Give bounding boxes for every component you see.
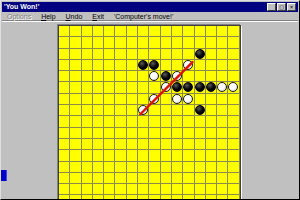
board-cell[interactable]: [59, 128, 70, 139]
board-cell[interactable]: [127, 116, 138, 127]
white-stone: [183, 60, 193, 70]
board-cell[interactable]: [70, 49, 81, 60]
board-cell[interactable]: [217, 195, 228, 200]
board-cell[interactable]: [217, 37, 228, 48]
board-cell[interactable]: [206, 82, 217, 93]
board-cell[interactable]: [149, 195, 160, 200]
board-cell[interactable]: [70, 184, 81, 195]
board-cell[interactable]: [228, 60, 239, 71]
board-cell[interactable]: [149, 49, 160, 60]
board-cell[interactable]: [161, 82, 172, 93]
board-cell[interactable]: [206, 173, 217, 184]
board-cell[interactable]: [59, 184, 70, 195]
white-stone: [217, 82, 227, 92]
board-cell[interactable]: [161, 94, 172, 105]
board-cell[interactable]: [82, 162, 93, 173]
board-cell[interactable]: [228, 71, 239, 82]
board-cell[interactable]: [127, 37, 138, 48]
board-cell[interactable]: [115, 26, 126, 37]
board-cell[interactable]: [228, 139, 239, 150]
board-cell[interactable]: [138, 82, 149, 93]
board-cell[interactable]: [161, 37, 172, 48]
board-cell[interactable]: [59, 116, 70, 127]
board-cell[interactable]: [70, 116, 81, 127]
board-cell[interactable]: [127, 195, 138, 200]
white-stone: [172, 71, 182, 81]
board-cell[interactable]: [149, 150, 160, 161]
board-cell[interactable]: [149, 128, 160, 139]
board-cell[interactable]: [172, 71, 183, 82]
board-cell[interactable]: [206, 71, 217, 82]
board-cell[interactable]: [206, 49, 217, 60]
board-cell[interactable]: [149, 105, 160, 116]
board-cell[interactable]: [161, 105, 172, 116]
board-cell[interactable]: [172, 49, 183, 60]
board-cell[interactable]: [206, 26, 217, 37]
board-cell[interactable]: [127, 105, 138, 116]
board-cell[interactable]: [195, 195, 206, 200]
board-cell[interactable]: [161, 71, 172, 82]
board-cell[interactable]: [59, 195, 70, 200]
board-cell[interactable]: [104, 162, 115, 173]
board-cell[interactable]: [172, 184, 183, 195]
board-cell[interactable]: [82, 105, 93, 116]
board-cell[interactable]: [59, 49, 70, 60]
board-cell[interactable]: [59, 37, 70, 48]
board-cell[interactable]: [104, 184, 115, 195]
board-cell[interactable]: [138, 184, 149, 195]
board-cell[interactable]: [104, 173, 115, 184]
board-cell[interactable]: [217, 139, 228, 150]
window-controls: _ □ ×: [267, 3, 296, 11]
board-cell[interactable]: [127, 82, 138, 93]
board-cell[interactable]: [228, 195, 239, 200]
board-cell[interactable]: [138, 128, 149, 139]
board-cell[interactable]: [172, 128, 183, 139]
white-stone: [149, 94, 159, 104]
board-cell[interactable]: [127, 150, 138, 161]
board-cell[interactable]: [138, 26, 149, 37]
black-stone: [138, 60, 148, 70]
board-cell[interactable]: [127, 60, 138, 71]
board-cell[interactable]: [217, 184, 228, 195]
board-cell[interactable]: [195, 82, 206, 93]
black-stone: [183, 82, 193, 92]
board-cell[interactable]: [206, 162, 217, 173]
board-cell[interactable]: [82, 82, 93, 93]
board-cell[interactable]: [172, 162, 183, 173]
board-cell[interactable]: [149, 116, 160, 127]
board-cell[interactable]: [138, 162, 149, 173]
board-cell[interactable]: [104, 105, 115, 116]
board-cell[interactable]: [115, 150, 126, 161]
board-cell[interactable]: [138, 94, 149, 105]
board-cell[interactable]: [70, 82, 81, 93]
board-cell[interactable]: [195, 173, 206, 184]
board-cell[interactable]: [172, 105, 183, 116]
board-cell[interactable]: [93, 37, 104, 48]
board-cell[interactable]: [104, 195, 115, 200]
black-stone: [195, 82, 205, 92]
white-stone: [149, 71, 159, 81]
board-cell[interactable]: [183, 139, 194, 150]
board-cell[interactable]: [217, 60, 228, 71]
board-cell[interactable]: [183, 37, 194, 48]
menu-item-exit[interactable]: Exit: [87, 13, 109, 20]
board-cell[interactable]: [115, 60, 126, 71]
board-cell[interactable]: [82, 139, 93, 150]
board-cell[interactable]: [217, 128, 228, 139]
board-cell[interactable]: [59, 26, 70, 37]
board-cell[interactable]: [70, 128, 81, 139]
board-cell[interactable]: [228, 150, 239, 161]
board-cell[interactable]: [149, 94, 160, 105]
board-cell[interactable]: [138, 71, 149, 82]
board-cell[interactable]: [93, 60, 104, 71]
board-cell[interactable]: [104, 60, 115, 71]
board-cell[interactable]: [161, 150, 172, 161]
board-cell[interactable]: [104, 82, 115, 93]
board-cell[interactable]: [172, 116, 183, 127]
board-cell[interactable]: [138, 49, 149, 60]
board-cell[interactable]: [59, 150, 70, 161]
maximize-button[interactable]: □: [277, 3, 286, 11]
board-cell[interactable]: [161, 195, 172, 200]
board-cell[interactable]: [206, 94, 217, 105]
board-cell[interactable]: [127, 162, 138, 173]
board-cell[interactable]: [183, 195, 194, 200]
board-cell[interactable]: [206, 184, 217, 195]
board-cell[interactable]: [206, 195, 217, 200]
board-cell[interactable]: [82, 49, 93, 60]
board-cell[interactable]: [93, 82, 104, 93]
board-cell[interactable]: [228, 184, 239, 195]
board-cell[interactable]: [93, 116, 104, 127]
board-cell[interactable]: [70, 94, 81, 105]
black-stone: [206, 82, 216, 92]
board-cell[interactable]: [172, 37, 183, 48]
board-cell[interactable]: [70, 150, 81, 161]
board-cell[interactable]: [104, 139, 115, 150]
board-cell[interactable]: [195, 116, 206, 127]
board-cell[interactable]: [93, 139, 104, 150]
black-stone: [172, 82, 182, 92]
board-cell[interactable]: [82, 173, 93, 184]
board-cell[interactable]: [206, 139, 217, 150]
board-cell[interactable]: [195, 184, 206, 195]
menu-item-options: Options: [2, 13, 36, 20]
board-cell[interactable]: [172, 139, 183, 150]
board-cell[interactable]: [138, 37, 149, 48]
board-cell[interactable]: [115, 71, 126, 82]
board-cell[interactable]: [161, 60, 172, 71]
board-cell[interactable]: [172, 173, 183, 184]
board-cell[interactable]: [70, 37, 81, 48]
board-cell[interactable]: [93, 26, 104, 37]
board-cell[interactable]: [172, 150, 183, 161]
board-cell[interactable]: [127, 128, 138, 139]
board-cell[interactable]: [93, 184, 104, 195]
board-cell[interactable]: [82, 116, 93, 127]
board-cell[interactable]: [127, 184, 138, 195]
board-cell[interactable]: [183, 82, 194, 93]
board-cell[interactable]: [217, 49, 228, 60]
board-cell[interactable]: [149, 26, 160, 37]
white-stone: [183, 94, 193, 104]
board-cell[interactable]: [228, 82, 239, 93]
board-cell[interactable]: [195, 94, 206, 105]
board-cell[interactable]: [195, 37, 206, 48]
board-cell[interactable]: [115, 173, 126, 184]
board-cell[interactable]: [93, 105, 104, 116]
board-cell[interactable]: [104, 94, 115, 105]
board-cell[interactable]: [217, 82, 228, 93]
board-cell[interactable]: [70, 162, 81, 173]
board-cell[interactable]: [228, 162, 239, 173]
board-cell[interactable]: [183, 150, 194, 161]
black-stone: [195, 105, 205, 115]
board-cell[interactable]: [138, 116, 149, 127]
board-cell[interactable]: [183, 162, 194, 173]
white-stone: [161, 82, 171, 92]
board-cell[interactable]: [138, 60, 149, 71]
board-cell[interactable]: [127, 94, 138, 105]
board-cell[interactable]: [161, 162, 172, 173]
board-cell[interactable]: [93, 71, 104, 82]
menu-item-computersmove[interactable]: 'Computer's move!': [109, 13, 178, 20]
board-cell[interactable]: [217, 116, 228, 127]
game-board[interactable]: [59, 26, 240, 200]
board-cell[interactable]: [217, 94, 228, 105]
board-cell[interactable]: [59, 94, 70, 105]
board-cell[interactable]: [115, 162, 126, 173]
board-cell[interactable]: [115, 105, 126, 116]
board-cell[interactable]: [104, 26, 115, 37]
board-cell[interactable]: [183, 71, 194, 82]
board-cell[interactable]: [172, 60, 183, 71]
board-cell[interactable]: [195, 105, 206, 116]
board-cell[interactable]: [206, 150, 217, 161]
board-cell[interactable]: [104, 116, 115, 127]
board-cell[interactable]: [115, 184, 126, 195]
board-cell[interactable]: [149, 162, 160, 173]
board-cell[interactable]: [228, 37, 239, 48]
menu-item-help[interactable]: Help: [36, 13, 60, 20]
board-cell[interactable]: [161, 116, 172, 127]
board-cell[interactable]: [70, 60, 81, 71]
board-cell[interactable]: [138, 105, 149, 116]
board-cell[interactable]: [206, 128, 217, 139]
board-cell[interactable]: [172, 82, 183, 93]
board-cell[interactable]: [149, 139, 160, 150]
board-cell[interactable]: [149, 60, 160, 71]
board-cell[interactable]: [127, 139, 138, 150]
board-cell[interactable]: [115, 49, 126, 60]
board-cell[interactable]: [104, 71, 115, 82]
board-cell[interactable]: [149, 173, 160, 184]
board-cell[interactable]: [59, 162, 70, 173]
minimize-button[interactable]: _: [267, 3, 276, 11]
board-cell[interactable]: [195, 150, 206, 161]
board-cell[interactable]: [115, 82, 126, 93]
board-cell[interactable]: [217, 150, 228, 161]
board-cell[interactable]: [93, 49, 104, 60]
menu-bar: OptionsHelpUndoExit'Computer's move!': [2, 12, 298, 21]
board-cell[interactable]: [228, 116, 239, 127]
board-cell[interactable]: [217, 105, 228, 116]
board-cell[interactable]: [172, 94, 183, 105]
board-cell[interactable]: [183, 49, 194, 60]
board-cell[interactable]: [217, 162, 228, 173]
board-cell[interactable]: [195, 128, 206, 139]
board-cell[interactable]: [149, 37, 160, 48]
board-cell[interactable]: [70, 105, 81, 116]
board-cell[interactable]: [115, 116, 126, 127]
board-cell[interactable]: [228, 105, 239, 116]
board-cell[interactable]: [195, 26, 206, 37]
client-area: [2, 22, 298, 198]
board-frame: [58, 25, 241, 200]
board-cell[interactable]: [104, 128, 115, 139]
board-cell[interactable]: [127, 71, 138, 82]
board-cell[interactable]: [228, 173, 239, 184]
board-cell[interactable]: [217, 173, 228, 184]
game-window: 'You Won!' _ □ × OptionsHelpUndoExit'Com…: [0, 0, 300, 200]
board-cell[interactable]: [183, 173, 194, 184]
board-cell[interactable]: [172, 195, 183, 200]
board-cell[interactable]: [206, 37, 217, 48]
board-cell[interactable]: [93, 128, 104, 139]
board-cell[interactable]: [93, 173, 104, 184]
board-cell[interactable]: [161, 26, 172, 37]
board-cell[interactable]: [70, 195, 81, 200]
board-cell[interactable]: [217, 71, 228, 82]
board-cell[interactable]: [82, 184, 93, 195]
board-cell[interactable]: [138, 150, 149, 161]
board-cell[interactable]: [59, 173, 70, 184]
board-cell[interactable]: [70, 26, 81, 37]
board-cell[interactable]: [228, 49, 239, 60]
board-cell[interactable]: [70, 139, 81, 150]
board-cell[interactable]: [59, 60, 70, 71]
board-cell[interactable]: [149, 184, 160, 195]
board-cell[interactable]: [149, 71, 160, 82]
board-cell[interactable]: [82, 128, 93, 139]
board-cell[interactable]: [93, 94, 104, 105]
board-cell[interactable]: [127, 26, 138, 37]
board-cell[interactable]: [228, 94, 239, 105]
board-cell[interactable]: [161, 173, 172, 184]
board-cell[interactable]: [195, 60, 206, 71]
white-stone: [172, 94, 182, 104]
black-stone: [149, 60, 159, 70]
black-stone: [195, 49, 205, 59]
board-cell[interactable]: [104, 150, 115, 161]
board-cell[interactable]: [115, 94, 126, 105]
board-cell[interactable]: [161, 139, 172, 150]
board-cell[interactable]: [206, 60, 217, 71]
board-cell[interactable]: [59, 71, 70, 82]
board-cell[interactable]: [104, 37, 115, 48]
board-cell[interactable]: [70, 71, 81, 82]
board-cell[interactable]: [161, 49, 172, 60]
board-cell[interactable]: [138, 139, 149, 150]
board-cell[interactable]: [195, 49, 206, 60]
board-cell[interactable]: [217, 26, 228, 37]
board-cell[interactable]: [59, 139, 70, 150]
board-cell[interactable]: [138, 173, 149, 184]
board-cell[interactable]: [59, 105, 70, 116]
board-cell[interactable]: [183, 94, 194, 105]
board-cell[interactable]: [70, 173, 81, 184]
board-cell[interactable]: [82, 94, 93, 105]
board-cell[interactable]: [183, 60, 194, 71]
board-cell[interactable]: [93, 195, 104, 200]
board-cell[interactable]: [82, 195, 93, 200]
board-cell[interactable]: [82, 26, 93, 37]
window-title: 'You Won!': [4, 2, 39, 12]
board-cell[interactable]: [149, 82, 160, 93]
board-cell[interactable]: [115, 128, 126, 139]
board-cell[interactable]: [195, 162, 206, 173]
board-cell[interactable]: [183, 116, 194, 127]
white-stone: [228, 82, 238, 92]
title-bar[interactable]: 'You Won!' _ □ ×: [2, 2, 298, 12]
board-cell[interactable]: [93, 150, 104, 161]
board-cell[interactable]: [172, 26, 183, 37]
board-cell[interactable]: [82, 37, 93, 48]
board-cell[interactable]: [115, 37, 126, 48]
board-cell[interactable]: [183, 128, 194, 139]
close-button[interactable]: ×: [287, 3, 296, 11]
board-cell[interactable]: [82, 150, 93, 161]
board-cell[interactable]: [206, 105, 217, 116]
board-cell[interactable]: [195, 71, 206, 82]
board-cell[interactable]: [183, 184, 194, 195]
board-cell[interactable]: [82, 71, 93, 82]
board-cell[interactable]: [115, 195, 126, 200]
board-cell[interactable]: [195, 139, 206, 150]
board-cell[interactable]: [161, 184, 172, 195]
black-stone: [161, 71, 171, 81]
board-cell[interactable]: [93, 162, 104, 173]
menu-item-undo[interactable]: Undo: [61, 13, 88, 20]
board-cell[interactable]: [115, 139, 126, 150]
board-cell[interactable]: [127, 49, 138, 60]
board-cell[interactable]: [59, 82, 70, 93]
board-cell[interactable]: [104, 49, 115, 60]
board-cell[interactable]: [138, 195, 149, 200]
board-cell[interactable]: [82, 60, 93, 71]
board-cell[interactable]: [127, 173, 138, 184]
board-cell[interactable]: [228, 128, 239, 139]
board-cell[interactable]: [183, 26, 194, 37]
board-cell[interactable]: [161, 128, 172, 139]
background-window-fragment: [1, 170, 7, 181]
board-cell[interactable]: [206, 116, 217, 127]
white-stone: [138, 105, 148, 115]
board-cell[interactable]: [183, 105, 194, 116]
board-cell[interactable]: [228, 26, 239, 37]
